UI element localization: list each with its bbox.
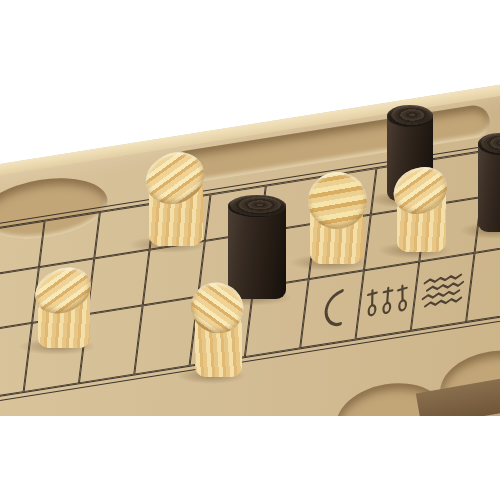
cell-middle-3[interactable] bbox=[87, 250, 149, 315]
piece-dark-cylinder[interactable] bbox=[228, 202, 286, 299]
piece-light-wedge[interactable] bbox=[38, 272, 90, 348]
piece-top-face bbox=[387, 105, 433, 127]
photo-crop-bottom bbox=[0, 416, 500, 500]
cell-front-8[interactable] bbox=[355, 262, 419, 340]
cell-front-9[interactable] bbox=[411, 253, 475, 331]
piece-dark-cylinder[interactable] bbox=[478, 140, 500, 232]
hook-glyph bbox=[314, 284, 349, 334]
piece-top-face bbox=[228, 195, 286, 217]
piece-light-wedge[interactable] bbox=[195, 287, 242, 377]
water-zigzag-glyph bbox=[420, 272, 466, 312]
cell-front-4[interactable] bbox=[134, 297, 198, 375]
piece-light-wedge[interactable] bbox=[397, 171, 446, 252]
cell-front-7[interactable] bbox=[300, 270, 364, 348]
piece-light-wedge[interactable] bbox=[149, 157, 203, 246]
three-nefer-glyphs bbox=[361, 278, 413, 323]
piece-light-wedge[interactable] bbox=[310, 177, 363, 264]
photo-stage bbox=[0, 0, 500, 500]
